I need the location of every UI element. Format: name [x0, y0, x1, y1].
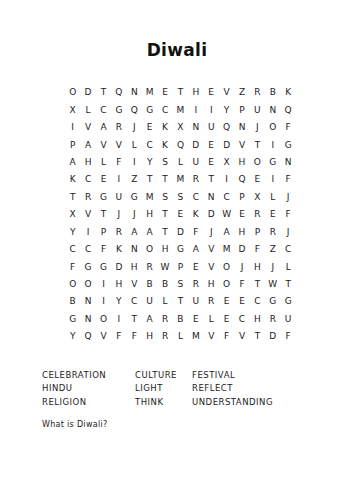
- grid-cell[interactable]: H: [188, 84, 203, 101]
- grid-cell[interactable]: H: [250, 311, 265, 328]
- grid-cell[interactable]: O: [96, 311, 111, 328]
- grid-cell[interactable]: R: [157, 311, 172, 328]
- grid-cell[interactable]: I: [188, 101, 203, 118]
- grid-cell[interactable]: T: [157, 206, 172, 223]
- grid-cell[interactable]: H: [234, 154, 249, 171]
- grid-cell[interactable]: V: [111, 136, 126, 153]
- grid-cell[interactable]: G: [265, 293, 280, 310]
- grid-cell[interactable]: T: [142, 171, 157, 188]
- grid-cell[interactable]: K: [65, 171, 80, 188]
- grid-cell[interactable]: I: [80, 224, 95, 241]
- grid-cell[interactable]: J: [280, 189, 295, 206]
- grid-cell[interactable]: Y: [65, 328, 80, 345]
- grid-cell[interactable]: I: [219, 171, 234, 188]
- grid-cell[interactable]: Z: [234, 84, 249, 101]
- grid-cell[interactable]: W: [157, 258, 172, 275]
- grid-cell[interactable]: O: [65, 84, 80, 101]
- grid-cell[interactable]: U: [111, 189, 126, 206]
- grid-cell[interactable]: H: [204, 276, 219, 293]
- grid-cell[interactable]: T: [173, 293, 188, 310]
- grid-cell[interactable]: K: [188, 206, 203, 223]
- grid-cell[interactable]: R: [265, 311, 280, 328]
- grid-cell[interactable]: S: [173, 276, 188, 293]
- grid-cell[interactable]: D: [111, 258, 126, 275]
- grid-cell[interactable]: Q: [127, 101, 142, 118]
- grid-cell[interactable]: G: [173, 241, 188, 258]
- grid-cell[interactable]: E: [173, 206, 188, 223]
- grid-cell[interactable]: T: [204, 171, 219, 188]
- grid-cell[interactable]: B: [265, 84, 280, 101]
- grid-cell[interactable]: F: [219, 328, 234, 345]
- grid-cell[interactable]: A: [96, 119, 111, 136]
- grid-cell[interactable]: F: [111, 154, 126, 171]
- grid-cell[interactable]: X: [219, 154, 234, 171]
- grid-cell[interactable]: T: [250, 136, 265, 153]
- grid-cell[interactable]: R: [142, 258, 157, 275]
- grid-cell[interactable]: G: [96, 258, 111, 275]
- grid-cell[interactable]: U: [250, 101, 265, 118]
- grid-cell[interactable]: U: [188, 293, 203, 310]
- word-list-item: UNDERSTANDING: [192, 396, 322, 409]
- grid-cell[interactable]: N: [127, 241, 142, 258]
- grid-cell[interactable]: O: [219, 258, 234, 275]
- grid-cell[interactable]: E: [188, 311, 203, 328]
- grid-cell[interactable]: J: [265, 258, 280, 275]
- grid-cell[interactable]: Y: [142, 154, 157, 171]
- grid-cell[interactable]: Z: [127, 171, 142, 188]
- grid-cell[interactable]: B: [65, 293, 80, 310]
- grid-cell[interactable]: L: [173, 328, 188, 345]
- grid-cell[interactable]: S: [157, 189, 172, 206]
- grid-cell[interactable]: Q: [111, 84, 126, 101]
- grid-cell[interactable]: V: [204, 241, 219, 258]
- grid-cell[interactable]: O: [65, 276, 80, 293]
- grid-cell[interactable]: F: [250, 241, 265, 258]
- grid-cell[interactable]: I: [204, 101, 219, 118]
- grid-cell[interactable]: X: [65, 101, 80, 118]
- word-list-item: HINDU: [42, 382, 135, 395]
- grid-cell[interactable]: V: [219, 84, 234, 101]
- grid-cell[interactable]: I: [111, 311, 126, 328]
- grid-cell[interactable]: J: [280, 224, 295, 241]
- grid-cell[interactable]: A: [142, 224, 157, 241]
- grid-cell[interactable]: Y: [111, 293, 126, 310]
- grid-cell[interactable]: J: [127, 206, 142, 223]
- grid-cell[interactable]: F: [234, 276, 249, 293]
- grid-cell[interactable]: C: [188, 189, 203, 206]
- puzzle-title: Diwali: [0, 40, 354, 60]
- grid-cell[interactable]: C: [280, 241, 295, 258]
- grid-cell[interactable]: T: [65, 189, 80, 206]
- grid-cell[interactable]: N: [234, 119, 249, 136]
- grid-cell[interactable]: F: [280, 206, 295, 223]
- grid-cell[interactable]: C: [80, 171, 95, 188]
- grid-cell[interactable]: A: [142, 311, 157, 328]
- grid-cell[interactable]: X: [250, 189, 265, 206]
- grid-cell[interactable]: H: [142, 328, 157, 345]
- grid-cell[interactable]: H: [127, 258, 142, 275]
- grid-cell[interactable]: M: [142, 189, 157, 206]
- grid-cell[interactable]: T: [96, 84, 111, 101]
- grid-cell[interactable]: V: [127, 276, 142, 293]
- grid-cell[interactable]: L: [157, 293, 172, 310]
- grid-cell[interactable]: S: [173, 189, 188, 206]
- grid-cell[interactable]: F: [280, 119, 295, 136]
- grid-cell[interactable]: F: [127, 328, 142, 345]
- grid-cell[interactable]: H: [157, 241, 172, 258]
- grid-cell[interactable]: F: [280, 328, 295, 345]
- grid-cell[interactable]: K: [111, 241, 126, 258]
- grid-cell[interactable]: O: [265, 119, 280, 136]
- grid-cell[interactable]: C: [96, 101, 111, 118]
- grid-cell[interactable]: L: [265, 189, 280, 206]
- grid-cell[interactable]: C: [80, 241, 95, 258]
- grid-cell[interactable]: I: [96, 293, 111, 310]
- grid-cell[interactable]: O: [250, 154, 265, 171]
- word-list-item: CULTURE: [135, 369, 192, 382]
- grid-cell[interactable]: Q: [219, 119, 234, 136]
- grid-cell[interactable]: R: [188, 276, 203, 293]
- grid-cell[interactable]: T: [250, 276, 265, 293]
- grid-cell[interactable]: G: [142, 101, 157, 118]
- grid-cell[interactable]: D: [188, 136, 203, 153]
- grid-cell[interactable]: D: [265, 328, 280, 345]
- grid-cell[interactable]: E: [204, 136, 219, 153]
- grid-cell[interactable]: R: [111, 224, 126, 241]
- grid-cell[interactable]: R: [265, 224, 280, 241]
- grid-cell[interactable]: E: [142, 119, 157, 136]
- grid-cell[interactable]: L: [280, 258, 295, 275]
- grid-cell[interactable]: O: [80, 276, 95, 293]
- grid-cell[interactable]: N: [127, 84, 142, 101]
- grid-cell[interactable]: E: [157, 84, 172, 101]
- grid-cell[interactable]: C: [250, 293, 265, 310]
- grid-cell[interactable]: I: [65, 119, 80, 136]
- grid-cell[interactable]: T: [127, 311, 142, 328]
- grid-cell[interactable]: X: [65, 206, 80, 223]
- grid-cell[interactable]: K: [157, 136, 172, 153]
- grid-cell[interactable]: I: [111, 171, 126, 188]
- grid-cell[interactable]: L: [204, 311, 219, 328]
- grid-cell[interactable]: Y: [219, 101, 234, 118]
- grid-cell[interactable]: N: [204, 189, 219, 206]
- grid-cell[interactable]: P: [173, 258, 188, 275]
- grid-cell[interactable]: D: [80, 84, 95, 101]
- grid-cell[interactable]: V: [204, 258, 219, 275]
- grid-cell[interactable]: C: [142, 136, 157, 153]
- grid-cell[interactable]: T: [157, 224, 172, 241]
- grid-cell[interactable]: T: [173, 84, 188, 101]
- grid-cell[interactable]: N: [188, 119, 203, 136]
- word-list-item: RELIGION: [42, 396, 135, 409]
- grid-cell[interactable]: N: [80, 293, 95, 310]
- grid-cell[interactable]: T: [280, 276, 295, 293]
- grid-cell[interactable]: F: [96, 241, 111, 258]
- grid-cell[interactable]: I: [127, 154, 142, 171]
- grid-cell[interactable]: U: [188, 154, 203, 171]
- grid-cell[interactable]: C: [65, 241, 80, 258]
- grid-cell[interactable]: P: [234, 189, 249, 206]
- grid-cell[interactable]: R: [157, 328, 172, 345]
- grid-cell[interactable]: Q: [280, 101, 295, 118]
- grid-cell[interactable]: H: [234, 224, 249, 241]
- grid-cell[interactable]: R: [250, 84, 265, 101]
- grid-cell[interactable]: H: [142, 206, 157, 223]
- grid-cell[interactable]: D: [234, 241, 249, 258]
- grid-cell[interactable]: L: [96, 154, 111, 171]
- grid-cell[interactable]: A: [219, 224, 234, 241]
- grid-cell[interactable]: Q: [234, 171, 249, 188]
- grid-cell[interactable]: U: [142, 293, 157, 310]
- grid-cell[interactable]: V: [80, 206, 95, 223]
- grid-cell[interactable]: U: [204, 119, 219, 136]
- question-text: What is Diwali?: [42, 420, 108, 429]
- grid-cell[interactable]: J: [250, 119, 265, 136]
- grid-cell[interactable]: B: [142, 276, 157, 293]
- grid-cell[interactable]: S: [157, 154, 172, 171]
- grid-cell[interactable]: F: [188, 224, 203, 241]
- grid-cell[interactable]: M: [188, 328, 203, 345]
- grid-cell[interactable]: R: [250, 206, 265, 223]
- grid-cell[interactable]: E: [96, 171, 111, 188]
- grid-cell[interactable]: G: [127, 189, 142, 206]
- grid-cell[interactable]: N: [280, 154, 295, 171]
- grid-cell[interactable]: V: [204, 328, 219, 345]
- worksheet-page: Diwali ODTQNMETHEVZRBKXLCGQGCMIIYPUNQIVA…: [0, 0, 354, 500]
- grid-cell[interactable]: Y: [65, 224, 80, 241]
- grid-cell[interactable]: D: [173, 224, 188, 241]
- grid-cell[interactable]: T: [96, 206, 111, 223]
- word-list-column: CELEBRATIONHINDURELIGION: [42, 369, 135, 409]
- grid-cell[interactable]: E: [265, 206, 280, 223]
- grid-cell[interactable]: E: [204, 154, 219, 171]
- grid-cell[interactable]: A: [127, 224, 142, 241]
- grid-cell[interactable]: V: [96, 328, 111, 345]
- grid-cell[interactable]: L: [173, 154, 188, 171]
- grid-cell[interactable]: Z: [265, 241, 280, 258]
- grid-cell[interactable]: W: [265, 276, 280, 293]
- grid-cell[interactable]: U: [280, 311, 295, 328]
- word-list-item: LIGHT: [135, 382, 192, 395]
- grid-cell[interactable]: R: [111, 119, 126, 136]
- grid-cell[interactable]: V: [96, 136, 111, 153]
- grid-cell[interactable]: L: [80, 101, 95, 118]
- grid-cell[interactable]: C: [234, 311, 249, 328]
- grid-cell[interactable]: F: [65, 258, 80, 275]
- grid-cell[interactable]: P: [234, 101, 249, 118]
- grid-cell[interactable]: R: [188, 171, 203, 188]
- grid-cell[interactable]: P: [96, 224, 111, 241]
- word-list-column: FESTIVALREFLECTUNDERSTANDING: [192, 369, 322, 409]
- grid-cell[interactable]: G: [280, 293, 295, 310]
- grid-cell[interactable]: I: [265, 136, 280, 153]
- grid-cell[interactable]: N: [265, 101, 280, 118]
- grid-cell[interactable]: X: [173, 119, 188, 136]
- grid-cell[interactable]: V: [234, 328, 249, 345]
- word-list-item: REFLECT: [192, 382, 322, 395]
- grid-cell[interactable]: E: [250, 171, 265, 188]
- word-search-grid: ODTQNMETHEVZRBKXLCGQGCMIIYPUNQIVARJEKXNU…: [65, 84, 296, 346]
- grid-cell[interactable]: G: [65, 311, 80, 328]
- grid-cell[interactable]: E: [234, 293, 249, 310]
- grid-cell[interactable]: E: [204, 84, 219, 101]
- grid-cell[interactable]: G: [80, 258, 95, 275]
- grid-cell[interactable]: K: [280, 84, 295, 101]
- word-list-item: THINK: [135, 396, 192, 409]
- grid-cell[interactable]: I: [265, 171, 280, 188]
- grid-cell[interactable]: A: [65, 154, 80, 171]
- grid-cell[interactable]: C: [127, 293, 142, 310]
- grid-cell[interactable]: E: [219, 311, 234, 328]
- grid-cell[interactable]: I: [96, 276, 111, 293]
- grid-cell[interactable]: M: [173, 171, 188, 188]
- grid-cell[interactable]: D: [219, 136, 234, 153]
- grid-cell[interactable]: J: [234, 258, 249, 275]
- grid-cell[interactable]: H: [250, 258, 265, 275]
- grid-cell[interactable]: H: [111, 276, 126, 293]
- grid-cell[interactable]: L: [127, 136, 142, 153]
- grid-cell[interactable]: Q: [173, 136, 188, 153]
- grid-cell[interactable]: F: [111, 328, 126, 345]
- grid-cell[interactable]: R: [204, 293, 219, 310]
- grid-cell[interactable]: N: [80, 311, 95, 328]
- word-list-item: CELEBRATION: [42, 369, 135, 382]
- grid-cell[interactable]: A: [80, 136, 95, 153]
- grid-cell[interactable]: G: [111, 101, 126, 118]
- grid-cell[interactable]: F: [280, 171, 295, 188]
- grid-cell[interactable]: H: [80, 154, 95, 171]
- grid-cell[interactable]: O: [219, 276, 234, 293]
- grid-cell[interactable]: Q: [80, 328, 95, 345]
- grid-cell[interactable]: A: [188, 241, 203, 258]
- grid-cell[interactable]: R: [80, 189, 95, 206]
- grid-cell[interactable]: C: [157, 101, 172, 118]
- grid-cell[interactable]: E: [234, 206, 249, 223]
- grid-cell[interactable]: M: [219, 241, 234, 258]
- grid-cell[interactable]: T: [157, 171, 172, 188]
- grid-cell[interactable]: B: [173, 311, 188, 328]
- grid-cell[interactable]: B: [157, 276, 172, 293]
- grid-cell[interactable]: G: [280, 136, 295, 153]
- word-list: CELEBRATIONHINDURELIGIONCULTURELIGHTTHIN…: [42, 369, 322, 409]
- grid-cell[interactable]: O: [142, 241, 157, 258]
- grid-cell[interactable]: J: [111, 206, 126, 223]
- grid-cell[interactable]: C: [219, 189, 234, 206]
- grid-cell[interactable]: K: [157, 119, 172, 136]
- grid-cell[interactable]: J: [127, 119, 142, 136]
- word-list-item: FESTIVAL: [192, 369, 322, 382]
- grid-cell[interactable]: G: [265, 154, 280, 171]
- grid-cell[interactable]: P: [250, 224, 265, 241]
- grid-cell[interactable]: W: [219, 206, 234, 223]
- grid-cell[interactable]: E: [219, 293, 234, 310]
- grid-cell[interactable]: M: [173, 101, 188, 118]
- grid-cell[interactable]: T: [250, 328, 265, 345]
- grid-cell[interactable]: G: [96, 189, 111, 206]
- grid-cell[interactable]: J: [204, 224, 219, 241]
- grid-cell[interactable]: E: [188, 258, 203, 275]
- grid-cell[interactable]: P: [65, 136, 80, 153]
- grid-cell[interactable]: V: [234, 136, 249, 153]
- grid-cell[interactable]: V: [80, 119, 95, 136]
- grid-cell[interactable]: M: [142, 84, 157, 101]
- grid-cell[interactable]: D: [204, 206, 219, 223]
- word-list-column: CULTURELIGHTTHINK: [135, 369, 192, 409]
